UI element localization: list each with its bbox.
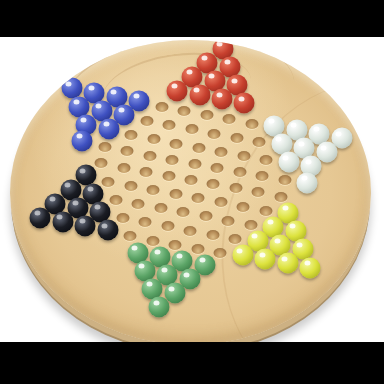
board-hole-r10-c5[interactable]	[169, 189, 182, 199]
board-hole-r12-c6[interactable]	[161, 221, 174, 231]
board-hole-r9-c3[interactable]	[140, 167, 153, 177]
marble-highlight	[276, 137, 282, 142]
board-hole-r5-c7[interactable]	[200, 110, 213, 120]
marble-highlight	[77, 134, 83, 139]
marble-highlight	[118, 108, 124, 113]
marble-highlight	[169, 286, 175, 291]
red-marble[interactable]	[234, 93, 255, 114]
board-hole-r5-c5[interactable]	[155, 102, 168, 112]
red-marble[interactable]	[167, 80, 188, 101]
board-hole-r8-c10[interactable]	[278, 175, 291, 185]
board-hole-r8-c9[interactable]	[256, 171, 269, 181]
board-hole-r9-c7[interactable]	[229, 183, 242, 193]
marble-highlight	[291, 123, 297, 128]
red-marble[interactable]	[212, 89, 233, 110]
board-hole-r8-c6[interactable]	[188, 159, 201, 169]
board-hole-r6-c4[interactable]	[140, 116, 153, 126]
board-hole-r7-c4[interactable]	[147, 134, 160, 144]
marble-highlight	[80, 168, 86, 173]
board-hole-r11-c3[interactable]	[109, 195, 122, 205]
board-hole-r7-c8[interactable]	[237, 151, 250, 161]
marble-highlight	[194, 88, 200, 93]
board-hole-r9-c9[interactable]	[274, 192, 287, 202]
board-hole-r12-c5[interactable]	[139, 217, 152, 227]
marble-highlight	[217, 41, 223, 46]
letterbox-top-bar	[0, 0, 384, 37]
board-hole-r9-c2[interactable]	[117, 163, 130, 173]
board-hole-r5-c8[interactable]	[223, 114, 236, 124]
marble-highlight	[297, 242, 303, 247]
board-hole-r10-c8[interactable]	[237, 202, 250, 212]
marble-highlight	[336, 131, 342, 136]
marble-highlight	[304, 260, 310, 265]
chinese-checkers-board	[10, 40, 371, 345]
green-marble[interactable]	[149, 297, 170, 318]
board-hole-r13-c7[interactable]	[169, 240, 182, 250]
marble-highlight	[133, 94, 139, 99]
yellow-marble[interactable]	[277, 253, 298, 274]
marble-highlight	[66, 81, 72, 86]
marble-highlight	[81, 118, 87, 123]
marble-highlight	[154, 300, 160, 305]
marble-highlight	[177, 254, 183, 259]
marble-highlight	[267, 220, 273, 225]
marble-highlight	[283, 155, 289, 160]
marble-highlight	[231, 78, 237, 83]
board-hole-r11-c6[interactable]	[177, 207, 190, 217]
marble-highlight	[224, 60, 230, 65]
board-hole-r5-c6[interactable]	[178, 106, 191, 116]
marble-highlight	[154, 250, 160, 255]
board-hole-r12-c7[interactable]	[184, 226, 197, 236]
board-hole-r8-c5[interactable]	[166, 155, 179, 165]
marble-highlight	[132, 245, 138, 250]
marble-highlight	[73, 99, 79, 104]
marble-highlight	[50, 196, 56, 201]
marble-highlight	[72, 201, 78, 206]
board-hole-r6-c6[interactable]	[185, 124, 198, 134]
board-hole-r11-c9[interactable]	[244, 220, 257, 230]
board-hole-r11-c5[interactable]	[154, 203, 167, 213]
board-hole-r10-c2[interactable]	[102, 177, 115, 187]
board-hole-r12-c9[interactable]	[229, 234, 242, 244]
board-hole-r12-c8[interactable]	[206, 230, 219, 240]
board-hole-r13-c8[interactable]	[191, 244, 204, 254]
board-hole-r7-c9[interactable]	[260, 155, 273, 165]
marble-highlight	[290, 224, 296, 229]
marble-highlight	[146, 282, 152, 287]
board-hole-r8-c4[interactable]	[143, 151, 156, 161]
black-marble[interactable]	[52, 211, 73, 232]
marble-highlight	[321, 145, 327, 150]
board-photo	[0, 0, 384, 384]
white-marble[interactable]	[297, 172, 318, 193]
board-hole-r8-c8[interactable]	[233, 167, 246, 177]
marble-highlight	[103, 122, 109, 127]
marble-highlight	[65, 182, 71, 187]
marble-highlight	[302, 175, 308, 180]
blue-marble[interactable]	[72, 130, 93, 151]
board-hole-r9-c8[interactable]	[252, 187, 265, 197]
board-hole-r11-c8[interactable]	[222, 216, 235, 226]
letterbox-bottom-bar	[0, 342, 384, 384]
marble-highlight	[239, 96, 245, 101]
board-hole-r7-c7[interactable]	[215, 147, 228, 157]
white-marble[interactable]	[278, 152, 299, 173]
board-hole-r9-c6[interactable]	[207, 179, 220, 189]
black-marble[interactable]	[75, 215, 96, 236]
yellow-marble[interactable]	[255, 249, 276, 270]
marble-highlight	[305, 159, 311, 164]
board-hole-r11-c4[interactable]	[132, 199, 145, 209]
board-hole-r7-c3[interactable]	[125, 130, 138, 140]
marble-highlight	[34, 211, 40, 216]
board-hole-r12-c4[interactable]	[116, 213, 129, 223]
board-hole-r10-c3[interactable]	[124, 181, 137, 191]
marble-highlight	[139, 264, 145, 269]
board-hole-r8-c2[interactable]	[98, 142, 111, 152]
board-hole-r10-c7[interactable]	[214, 197, 227, 207]
board-hole-r6-c7[interactable]	[208, 129, 221, 139]
black-marble[interactable]	[97, 220, 118, 241]
marble-highlight	[252, 234, 258, 239]
marble-highlight	[102, 223, 108, 228]
marble-highlight	[209, 74, 215, 79]
yellow-marble[interactable]	[300, 257, 321, 278]
board-hole-r7-c6[interactable]	[192, 143, 205, 153]
marble-highlight	[313, 127, 319, 132]
marble-highlight	[186, 70, 192, 75]
board-hole-r7-c5[interactable]	[170, 139, 183, 149]
board-hole-r9-c4[interactable]	[162, 171, 175, 181]
board-hole-r6-c8[interactable]	[230, 133, 243, 143]
marble-highlight	[171, 84, 177, 89]
board-hole-r13-c6[interactable]	[146, 236, 159, 246]
board-hole-r10-c6[interactable]	[192, 193, 205, 203]
black-marble[interactable]	[30, 207, 51, 228]
marble-highlight	[79, 219, 85, 224]
marble-highlight	[95, 205, 101, 210]
marble-highlight	[274, 238, 280, 243]
marble-highlight	[161, 268, 167, 273]
marble-highlight	[259, 252, 265, 257]
marble-highlight	[202, 56, 208, 61]
blue-marble[interactable]	[98, 118, 119, 139]
yellow-marble[interactable]	[232, 245, 253, 266]
marble-highlight	[111, 89, 117, 94]
marble-highlight	[298, 141, 304, 146]
marble-highlight	[268, 119, 274, 124]
board-hole-r11-c7[interactable]	[199, 211, 212, 221]
marble-highlight	[96, 104, 102, 109]
board-hole-r10-c4[interactable]	[147, 185, 160, 195]
board-hole-r13-c9[interactable]	[214, 248, 227, 258]
board-hole-r9-c5[interactable]	[185, 175, 198, 185]
marble-highlight	[282, 256, 288, 261]
marble-highlight	[87, 186, 93, 191]
marble-highlight	[184, 272, 190, 277]
board-hole-r8-c7[interactable]	[211, 163, 224, 173]
board-hole-r10-c9[interactable]	[259, 206, 272, 216]
marble-highlight	[282, 206, 288, 211]
board-hole-r9-c1[interactable]	[95, 158, 108, 168]
marble-highlight	[57, 215, 63, 220]
marble-highlight	[216, 92, 222, 97]
board-hole-r13-c5[interactable]	[124, 231, 137, 241]
board-hole-r5-c9[interactable]	[245, 119, 258, 129]
marble-highlight	[88, 85, 94, 90]
marble-highlight	[237, 248, 243, 253]
marble-highlight	[199, 258, 205, 263]
red-marble[interactable]	[189, 85, 210, 106]
board-hole-r6-c9[interactable]	[253, 137, 266, 147]
board-hole-r6-c5[interactable]	[163, 120, 176, 130]
board-hole-r8-c3[interactable]	[121, 146, 134, 156]
